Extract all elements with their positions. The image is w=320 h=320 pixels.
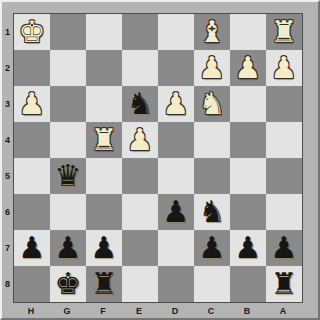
square-g2[interactable] bbox=[50, 50, 86, 86]
file-label-a: A bbox=[265, 303, 301, 318]
square-f3[interactable] bbox=[86, 86, 122, 122]
black-pawn[interactable]: ♟ bbox=[55, 230, 82, 266]
black-pawn[interactable]: ♟ bbox=[199, 230, 226, 266]
black-knight[interactable]: ♞ bbox=[127, 86, 154, 122]
square-e7[interactable] bbox=[122, 230, 158, 266]
square-e5[interactable] bbox=[122, 158, 158, 194]
square-h8[interactable] bbox=[14, 266, 50, 302]
white-pawn[interactable]: ♟ bbox=[19, 86, 46, 122]
square-b2[interactable]: ♟ bbox=[230, 50, 266, 86]
square-f5[interactable] bbox=[86, 158, 122, 194]
file-label-g: G bbox=[49, 303, 85, 318]
rank-label-6: 6 bbox=[2, 194, 13, 230]
white-pawn[interactable]: ♟ bbox=[235, 50, 262, 86]
square-c3[interactable]: ♞ bbox=[194, 86, 230, 122]
white-rook[interactable]: ♜ bbox=[271, 14, 298, 50]
square-a7[interactable]: ♟ bbox=[266, 230, 302, 266]
white-pawn[interactable]: ♟ bbox=[199, 50, 226, 86]
square-e1[interactable] bbox=[122, 14, 158, 50]
white-king[interactable]: ♚ bbox=[19, 14, 46, 50]
square-b7[interactable]: ♟ bbox=[230, 230, 266, 266]
black-rook[interactable]: ♜ bbox=[91, 266, 118, 302]
square-g6[interactable] bbox=[50, 194, 86, 230]
square-g4[interactable] bbox=[50, 122, 86, 158]
square-f7[interactable]: ♟ bbox=[86, 230, 122, 266]
square-h7[interactable]: ♟ bbox=[14, 230, 50, 266]
square-b3[interactable] bbox=[230, 86, 266, 122]
chess-board-window: 12345678 ♚♝♜♟♟♟♟♞♟♞♜♟♛♟♞♟♟♟♟♟♟♚♜♜ HGFEDC… bbox=[0, 0, 320, 320]
square-b6[interactable] bbox=[230, 194, 266, 230]
square-a8[interactable]: ♜ bbox=[266, 266, 302, 302]
square-a3[interactable] bbox=[266, 86, 302, 122]
white-pawn[interactable]: ♟ bbox=[271, 50, 298, 86]
file-label-h: H bbox=[13, 303, 49, 318]
square-d3[interactable]: ♟ bbox=[158, 86, 194, 122]
square-b1[interactable] bbox=[230, 14, 266, 50]
square-c2[interactable]: ♟ bbox=[194, 50, 230, 86]
square-h5[interactable] bbox=[14, 158, 50, 194]
file-label-f: F bbox=[85, 303, 121, 318]
square-d1[interactable] bbox=[158, 14, 194, 50]
black-pawn[interactable]: ♟ bbox=[19, 230, 46, 266]
square-a6[interactable] bbox=[266, 194, 302, 230]
file-label-d: D bbox=[157, 303, 193, 318]
square-e6[interactable] bbox=[122, 194, 158, 230]
chess-board[interactable]: ♚♝♜♟♟♟♟♞♟♞♜♟♛♟♞♟♟♟♟♟♟♚♜♜ bbox=[13, 13, 303, 303]
square-f4[interactable]: ♜ bbox=[86, 122, 122, 158]
square-c4[interactable] bbox=[194, 122, 230, 158]
square-h3[interactable]: ♟ bbox=[14, 86, 50, 122]
black-pawn[interactable]: ♟ bbox=[271, 230, 298, 266]
rank-labels: 12345678 bbox=[2, 14, 13, 302]
square-a1[interactable]: ♜ bbox=[266, 14, 302, 50]
black-pawn[interactable]: ♟ bbox=[91, 230, 118, 266]
square-d7[interactable] bbox=[158, 230, 194, 266]
square-c1[interactable]: ♝ bbox=[194, 14, 230, 50]
black-pawn[interactable]: ♟ bbox=[235, 230, 262, 266]
square-e4[interactable]: ♟ bbox=[122, 122, 158, 158]
rank-label-7: 7 bbox=[2, 230, 13, 266]
square-b5[interactable] bbox=[230, 158, 266, 194]
black-pawn[interactable]: ♟ bbox=[163, 194, 190, 230]
file-label-b: B bbox=[229, 303, 265, 318]
white-pawn[interactable]: ♟ bbox=[163, 86, 190, 122]
black-knight[interactable]: ♞ bbox=[199, 194, 226, 230]
square-b8[interactable] bbox=[230, 266, 266, 302]
square-h2[interactable] bbox=[14, 50, 50, 86]
square-f1[interactable] bbox=[86, 14, 122, 50]
square-g1[interactable] bbox=[50, 14, 86, 50]
square-g7[interactable]: ♟ bbox=[50, 230, 86, 266]
square-h6[interactable] bbox=[14, 194, 50, 230]
square-f2[interactable] bbox=[86, 50, 122, 86]
rank-label-4: 4 bbox=[2, 122, 13, 158]
square-c5[interactable] bbox=[194, 158, 230, 194]
white-bishop[interactable]: ♝ bbox=[199, 14, 226, 50]
square-h1[interactable]: ♚ bbox=[14, 14, 50, 50]
square-d4[interactable] bbox=[158, 122, 194, 158]
square-c6[interactable]: ♞ bbox=[194, 194, 230, 230]
square-a4[interactable] bbox=[266, 122, 302, 158]
square-b4[interactable] bbox=[230, 122, 266, 158]
square-e3[interactable]: ♞ bbox=[122, 86, 158, 122]
rank-label-2: 2 bbox=[2, 50, 13, 86]
square-f8[interactable]: ♜ bbox=[86, 266, 122, 302]
white-pawn[interactable]: ♟ bbox=[127, 122, 154, 158]
square-e8[interactable] bbox=[122, 266, 158, 302]
black-rook[interactable]: ♜ bbox=[271, 266, 298, 302]
white-knight[interactable]: ♞ bbox=[199, 86, 226, 122]
file-label-e: E bbox=[121, 303, 157, 318]
file-label-c: C bbox=[193, 303, 229, 318]
square-a2[interactable]: ♟ bbox=[266, 50, 302, 86]
square-a5[interactable] bbox=[266, 158, 302, 194]
square-d6[interactable]: ♟ bbox=[158, 194, 194, 230]
square-e2[interactable] bbox=[122, 50, 158, 86]
rank-label-1: 1 bbox=[2, 14, 13, 50]
square-c8[interactable] bbox=[194, 266, 230, 302]
square-f6[interactable] bbox=[86, 194, 122, 230]
square-g5[interactable]: ♛ bbox=[50, 158, 86, 194]
rank-label-8: 8 bbox=[2, 266, 13, 302]
square-c7[interactable]: ♟ bbox=[194, 230, 230, 266]
square-d5[interactable] bbox=[158, 158, 194, 194]
square-d2[interactable] bbox=[158, 50, 194, 86]
file-labels: HGFEDCBA bbox=[13, 303, 301, 318]
black-king[interactable]: ♚ bbox=[55, 266, 82, 302]
square-g8[interactable]: ♚ bbox=[50, 266, 86, 302]
square-h4[interactable] bbox=[14, 122, 50, 158]
rank-label-3: 3 bbox=[2, 86, 13, 122]
rank-label-5: 5 bbox=[2, 158, 13, 194]
square-d8[interactable] bbox=[158, 266, 194, 302]
white-rook[interactable]: ♜ bbox=[91, 122, 118, 158]
square-g3[interactable] bbox=[50, 86, 86, 122]
black-queen[interactable]: ♛ bbox=[55, 158, 82, 194]
